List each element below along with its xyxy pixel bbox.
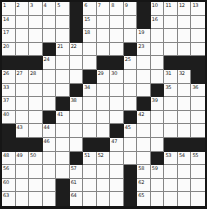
clue-number-27: 27 bbox=[17, 70, 23, 76]
cell-r6c8[interactable]: 29 bbox=[97, 70, 111, 84]
cell-r10c2[interactable]: 43 bbox=[16, 124, 30, 138]
cell-r8c2[interactable] bbox=[16, 97, 30, 111]
cell-r8c1[interactable]: 37 bbox=[2, 97, 16, 111]
clue-number-20: 20 bbox=[3, 43, 9, 49]
cell-r11c9[interactable]: 47 bbox=[110, 138, 124, 152]
clue-number-28: 28 bbox=[30, 70, 36, 76]
cell-r10c6[interactable] bbox=[70, 124, 84, 138]
clue-number-56: 56 bbox=[3, 165, 9, 171]
cell-r7c3[interactable] bbox=[29, 84, 43, 98]
cell-r2c5[interactable] bbox=[56, 16, 70, 30]
cell-r6c14[interactable]: 32 bbox=[178, 70, 192, 84]
black-cell-r5c9 bbox=[110, 56, 124, 70]
clue-number-31: 31 bbox=[165, 70, 171, 76]
cell-r14c3[interactable] bbox=[29, 179, 43, 193]
cell-r14c4[interactable] bbox=[43, 179, 57, 193]
cell-r13c7[interactable] bbox=[83, 165, 97, 179]
cell-r4c14[interactable] bbox=[178, 43, 192, 57]
cell-r14c13[interactable] bbox=[164, 179, 178, 193]
black-cell-r3c6 bbox=[70, 29, 84, 43]
black-cell-r11c7 bbox=[83, 138, 97, 152]
black-cell-r15c5 bbox=[56, 192, 70, 206]
clue-number-38: 38 bbox=[71, 97, 77, 103]
black-cell-r15c10 bbox=[124, 192, 138, 206]
clue-number-25: 25 bbox=[125, 56, 131, 62]
black-cell-r8c5 bbox=[56, 97, 70, 111]
cell-r9c13[interactable] bbox=[164, 111, 178, 125]
cell-r11c12[interactable] bbox=[151, 138, 165, 152]
black-cell-r9c10 bbox=[124, 111, 138, 125]
cell-r1c7[interactable]: 6 bbox=[83, 2, 97, 16]
cell-r4c6[interactable]: 22 bbox=[70, 43, 84, 57]
black-cell-r5c1 bbox=[2, 56, 16, 70]
cell-r2c14[interactable] bbox=[178, 16, 192, 30]
cell-r3c9[interactable] bbox=[110, 29, 124, 43]
clue-number-34: 34 bbox=[84, 84, 90, 90]
cell-r1c14[interactable]: 12 bbox=[178, 2, 192, 16]
cell-r1c10[interactable]: 9 bbox=[124, 2, 138, 16]
cell-r3c12[interactable] bbox=[151, 29, 165, 43]
cell-r15c14[interactable] bbox=[178, 192, 192, 206]
cell-r6c3[interactable]: 28 bbox=[29, 70, 43, 84]
cell-r7c1[interactable]: 33 bbox=[2, 84, 16, 98]
cell-r1c4[interactable]: 4 bbox=[43, 2, 57, 16]
cell-r7c2[interactable] bbox=[16, 84, 30, 98]
clue-number-12: 12 bbox=[179, 2, 185, 8]
clue-number-61: 61 bbox=[71, 179, 77, 185]
cell-r12c3[interactable]: 50 bbox=[29, 152, 43, 166]
cell-r3c14[interactable] bbox=[178, 29, 192, 43]
cell-r13c15[interactable] bbox=[191, 165, 205, 179]
cell-r14c15[interactable] bbox=[191, 179, 205, 193]
cell-r9c3[interactable] bbox=[29, 111, 43, 125]
cell-r9c9[interactable] bbox=[110, 111, 124, 125]
cell-r10c13[interactable] bbox=[164, 124, 178, 138]
cell-r12c11[interactable] bbox=[137, 152, 151, 166]
cell-r8c9[interactable] bbox=[110, 97, 124, 111]
black-cell-r14c5 bbox=[56, 179, 70, 193]
clue-number-39: 39 bbox=[152, 97, 158, 103]
cell-r3c1[interactable]: 17 bbox=[2, 29, 16, 43]
cell-r3c8[interactable] bbox=[97, 29, 111, 43]
cell-r8c8[interactable] bbox=[97, 97, 111, 111]
cell-r8c12[interactable]: 39 bbox=[151, 97, 165, 111]
black-cell-r10c9 bbox=[110, 124, 124, 138]
cell-r4c2[interactable] bbox=[16, 43, 30, 57]
cell-r1c8[interactable]: 7 bbox=[97, 2, 111, 16]
cell-r1c2[interactable]: 2 bbox=[16, 2, 30, 16]
clue-number-54: 54 bbox=[179, 152, 185, 158]
cell-r4c12[interactable] bbox=[151, 43, 165, 57]
black-cell-r8c11 bbox=[137, 97, 151, 111]
clue-number-42: 42 bbox=[138, 111, 144, 117]
cell-r1c12[interactable]: 10 bbox=[151, 2, 165, 16]
black-cell-r13c10 bbox=[124, 165, 138, 179]
cell-r8c4[interactable] bbox=[43, 97, 57, 111]
cell-r12c13[interactable]: 53 bbox=[164, 152, 178, 166]
clue-number-32: 32 bbox=[179, 70, 185, 76]
cell-r12c1[interactable]: 48 bbox=[2, 152, 16, 166]
black-cell-r11c13 bbox=[164, 138, 178, 152]
cell-r15c4[interactable] bbox=[43, 192, 57, 206]
black-cell-r5c3 bbox=[29, 56, 43, 70]
cell-r9c2[interactable] bbox=[16, 111, 30, 125]
cell-r8c3[interactable] bbox=[29, 97, 43, 111]
cell-r15c1[interactable]: 63 bbox=[2, 192, 16, 206]
clue-number-7: 7 bbox=[98, 2, 101, 8]
cell-r3c4[interactable] bbox=[43, 29, 57, 43]
clue-number-41: 41 bbox=[57, 111, 63, 117]
cell-r7c13[interactable]: 35 bbox=[164, 84, 178, 98]
cell-r13c1[interactable]: 56 bbox=[2, 165, 16, 179]
clue-number-23: 23 bbox=[138, 43, 144, 49]
cell-r6c12[interactable] bbox=[151, 70, 165, 84]
cell-r11c11[interactable] bbox=[137, 138, 151, 152]
black-cell-r1c11 bbox=[137, 2, 151, 16]
cell-r14c9[interactable] bbox=[110, 179, 124, 193]
cell-r14c2[interactable] bbox=[16, 179, 30, 193]
cell-r15c11[interactable]: 65 bbox=[137, 192, 151, 206]
cell-r9c11[interactable]: 42 bbox=[137, 111, 151, 125]
cell-r15c15[interactable] bbox=[191, 192, 205, 206]
cell-r14c8[interactable] bbox=[97, 179, 111, 193]
cell-r11c4[interactable]: 46 bbox=[43, 138, 57, 152]
cell-r1c13[interactable]: 11 bbox=[164, 2, 178, 16]
clue-number-26: 26 bbox=[3, 70, 9, 76]
cell-r12c4[interactable] bbox=[43, 152, 57, 166]
clue-number-44: 44 bbox=[44, 124, 50, 130]
cell-r8c14[interactable] bbox=[178, 97, 192, 111]
cell-r1c15[interactable]: 13 bbox=[191, 2, 205, 16]
clue-number-21: 21 bbox=[57, 43, 63, 49]
black-cell-r6c7 bbox=[83, 70, 97, 84]
cell-r5c11[interactable] bbox=[137, 56, 151, 70]
black-cell-r2c11 bbox=[137, 16, 151, 30]
cell-r1c9[interactable]: 8 bbox=[110, 2, 124, 16]
cell-r2c15[interactable] bbox=[191, 16, 205, 30]
cell-r10c5[interactable] bbox=[56, 124, 70, 138]
cell-r11c10[interactable] bbox=[124, 138, 138, 152]
clue-number-64: 64 bbox=[71, 192, 77, 198]
cell-r5c7[interactable] bbox=[83, 56, 97, 70]
cell-r13c3[interactable] bbox=[29, 165, 43, 179]
cell-r14c7[interactable] bbox=[83, 179, 97, 193]
cell-r3c7[interactable]: 18 bbox=[83, 29, 97, 43]
cell-r6c6[interactable] bbox=[70, 70, 84, 84]
cell-r4c9[interactable] bbox=[110, 43, 124, 57]
cell-r9c15[interactable] bbox=[191, 111, 205, 125]
cell-r13c8[interactable] bbox=[97, 165, 111, 179]
black-cell-r5c13 bbox=[164, 56, 178, 70]
clue-number-43: 43 bbox=[17, 124, 23, 130]
black-cell-r7c12 bbox=[151, 84, 165, 98]
clue-number-51: 51 bbox=[84, 152, 90, 158]
cell-r4c7[interactable] bbox=[83, 43, 97, 57]
cell-r6c4[interactable] bbox=[43, 70, 57, 84]
clue-number-5: 5 bbox=[57, 2, 60, 8]
cell-r11c6[interactable] bbox=[70, 138, 84, 152]
cell-r12c2[interactable]: 49 bbox=[16, 152, 30, 166]
cell-r15c13[interactable] bbox=[164, 192, 178, 206]
cell-r4c8[interactable] bbox=[97, 43, 111, 57]
cell-r6c9[interactable]: 30 bbox=[110, 70, 124, 84]
cell-r7c11[interactable] bbox=[137, 84, 151, 98]
cell-r7c5[interactable] bbox=[56, 84, 70, 98]
cell-r8c10[interactable] bbox=[124, 97, 138, 111]
cell-r14c14[interactable] bbox=[178, 179, 192, 193]
cell-r3c10[interactable] bbox=[124, 29, 138, 43]
cell-r4c11[interactable]: 23 bbox=[137, 43, 151, 57]
cell-r9c1[interactable]: 40 bbox=[2, 111, 16, 125]
black-cell-r9c4 bbox=[43, 111, 57, 125]
cell-r10c11[interactable] bbox=[137, 124, 151, 138]
black-cell-r5c14 bbox=[178, 56, 192, 70]
cell-r12c15[interactable]: 55 bbox=[191, 152, 205, 166]
clue-number-58: 58 bbox=[138, 165, 144, 171]
black-cell-r12c12 bbox=[151, 152, 165, 166]
cell-r8c7[interactable] bbox=[83, 97, 97, 111]
clue-number-37: 37 bbox=[3, 97, 9, 103]
cell-r2c1[interactable]: 14 bbox=[2, 16, 16, 30]
cell-r2c9[interactable] bbox=[110, 16, 124, 30]
clue-number-52: 52 bbox=[98, 152, 104, 158]
clue-number-59: 59 bbox=[152, 165, 158, 171]
clue-number-13: 13 bbox=[192, 2, 198, 8]
cell-r13c4[interactable] bbox=[43, 165, 57, 179]
clue-number-60: 60 bbox=[3, 179, 9, 185]
clue-number-47: 47 bbox=[111, 138, 117, 144]
cell-r3c3[interactable] bbox=[29, 29, 43, 43]
clue-number-18: 18 bbox=[84, 29, 90, 35]
cell-r5c5[interactable] bbox=[56, 56, 70, 70]
clue-number-46: 46 bbox=[44, 138, 50, 144]
cell-r10c8[interactable] bbox=[97, 124, 111, 138]
cell-r9c6[interactable] bbox=[70, 111, 84, 125]
clue-number-9: 9 bbox=[125, 2, 128, 8]
clue-number-53: 53 bbox=[165, 152, 171, 158]
clue-number-65: 65 bbox=[138, 192, 144, 198]
cell-r6c2[interactable]: 27 bbox=[16, 70, 30, 84]
cell-r4c15[interactable] bbox=[191, 43, 205, 57]
cell-r11c5[interactable] bbox=[56, 138, 70, 152]
cell-r6c13[interactable]: 31 bbox=[164, 70, 178, 84]
cell-r2c12[interactable]: 16 bbox=[151, 16, 165, 30]
cell-r13c9[interactable] bbox=[110, 165, 124, 179]
cell-r15c9[interactable] bbox=[110, 192, 124, 206]
cell-r5c6[interactable] bbox=[70, 56, 84, 70]
black-cell-r11c15 bbox=[191, 138, 205, 152]
cell-r7c7[interactable]: 34 bbox=[83, 84, 97, 98]
cell-r4c13[interactable] bbox=[164, 43, 178, 57]
clue-number-15: 15 bbox=[84, 16, 90, 22]
cell-r10c15[interactable] bbox=[191, 124, 205, 138]
clue-number-24: 24 bbox=[44, 56, 50, 62]
cell-r8c13[interactable] bbox=[164, 97, 178, 111]
cell-r7c8[interactable] bbox=[97, 84, 111, 98]
clue-number-45: 45 bbox=[125, 124, 131, 130]
cell-r15c7[interactable] bbox=[83, 192, 97, 206]
cell-r14c1[interactable]: 60 bbox=[2, 179, 16, 193]
cell-r2c7[interactable]: 15 bbox=[83, 16, 97, 30]
clue-number-50: 50 bbox=[30, 152, 36, 158]
cell-r12c7[interactable]: 51 bbox=[83, 152, 97, 166]
clue-number-10: 10 bbox=[152, 2, 158, 8]
black-cell-r10c1 bbox=[2, 124, 16, 138]
cell-r10c12[interactable] bbox=[151, 124, 165, 138]
cell-r12c10[interactable] bbox=[124, 152, 138, 166]
clue-number-3: 3 bbox=[30, 2, 33, 8]
cell-r2c10[interactable] bbox=[124, 16, 138, 30]
cell-r12c5[interactable] bbox=[56, 152, 70, 166]
clue-number-17: 17 bbox=[3, 29, 9, 35]
cell-r15c12[interactable] bbox=[151, 192, 165, 206]
cell-r2c2[interactable] bbox=[16, 16, 30, 30]
cell-r1c5[interactable]: 5 bbox=[56, 2, 70, 16]
cell-r6c5[interactable] bbox=[56, 70, 70, 84]
cell-r2c3[interactable] bbox=[29, 16, 43, 30]
black-cell-r12c6 bbox=[70, 152, 84, 166]
clue-number-35: 35 bbox=[165, 84, 171, 90]
black-cell-r11c3 bbox=[29, 138, 43, 152]
clue-number-11: 11 bbox=[165, 2, 171, 8]
cell-r3c15[interactable] bbox=[191, 29, 205, 43]
cell-r15c2[interactable] bbox=[16, 192, 30, 206]
cell-r10c14[interactable] bbox=[178, 124, 192, 138]
cell-r6c1[interactable]: 26 bbox=[2, 70, 16, 84]
clue-number-30: 30 bbox=[111, 70, 117, 76]
cell-r7c4[interactable] bbox=[43, 84, 57, 98]
cell-r1c3[interactable]: 3 bbox=[29, 2, 43, 16]
cell-r6c10[interactable] bbox=[124, 70, 138, 84]
clue-number-62: 62 bbox=[138, 179, 144, 185]
cell-r13c6[interactable]: 57 bbox=[70, 165, 84, 179]
cell-r8c15[interactable] bbox=[191, 97, 205, 111]
cell-r4c3[interactable] bbox=[29, 43, 43, 57]
clue-number-16: 16 bbox=[152, 16, 158, 22]
cell-r12c9[interactable] bbox=[110, 152, 124, 166]
clue-number-29: 29 bbox=[98, 70, 104, 76]
black-cell-r11c1 bbox=[2, 138, 16, 152]
cell-r9c5[interactable]: 41 bbox=[56, 111, 70, 125]
cell-r4c5[interactable]: 21 bbox=[56, 43, 70, 57]
cell-r13c13[interactable] bbox=[164, 165, 178, 179]
clue-number-19: 19 bbox=[138, 29, 144, 35]
black-cell-r11c2 bbox=[16, 138, 30, 152]
clue-number-40: 40 bbox=[3, 111, 9, 117]
clue-number-48: 48 bbox=[3, 152, 9, 158]
black-cell-r2c6 bbox=[70, 16, 84, 30]
cell-r9c12[interactable] bbox=[151, 111, 165, 125]
clue-number-55: 55 bbox=[192, 152, 198, 158]
cell-r2c4[interactable] bbox=[43, 16, 57, 30]
cell-r10c3[interactable] bbox=[29, 124, 43, 138]
clue-number-63: 63 bbox=[3, 192, 9, 198]
cell-r14c6[interactable]: 61 bbox=[70, 179, 84, 193]
clue-number-57: 57 bbox=[71, 165, 77, 171]
black-cell-r4c10 bbox=[124, 43, 138, 57]
cell-r2c8[interactable] bbox=[97, 16, 111, 30]
cell-r12c14[interactable]: 54 bbox=[178, 152, 192, 166]
black-cell-r14c10 bbox=[124, 179, 138, 193]
black-cell-r4c4 bbox=[43, 43, 57, 57]
cell-r3c11[interactable]: 19 bbox=[137, 29, 151, 43]
clue-number-49: 49 bbox=[17, 152, 23, 158]
cell-r13c5[interactable] bbox=[56, 165, 70, 179]
cell-r7c14[interactable] bbox=[178, 84, 192, 98]
cell-r5c10[interactable]: 25 bbox=[124, 56, 138, 70]
cell-r5c12[interactable] bbox=[151, 56, 165, 70]
cell-r7c15[interactable]: 36 bbox=[191, 84, 205, 98]
black-cell-r1c6 bbox=[70, 2, 84, 16]
clue-number-4: 4 bbox=[44, 2, 47, 8]
cell-r10c7[interactable] bbox=[83, 124, 97, 138]
cell-r14c11[interactable]: 62 bbox=[137, 179, 151, 193]
clue-number-8: 8 bbox=[111, 2, 114, 8]
cell-r13c11[interactable]: 58 bbox=[137, 165, 151, 179]
cell-r8c6[interactable]: 38 bbox=[70, 97, 84, 111]
clue-number-33: 33 bbox=[3, 84, 9, 90]
cell-r5c4[interactable]: 24 bbox=[43, 56, 57, 70]
cell-r14c12[interactable] bbox=[151, 179, 165, 193]
clue-number-22: 22 bbox=[71, 43, 77, 49]
cell-r1c1[interactable]: 1 bbox=[2, 2, 16, 16]
clue-number-6: 6 bbox=[84, 2, 87, 8]
clue-number-1: 1 bbox=[3, 2, 6, 8]
cell-r3c2[interactable] bbox=[16, 29, 30, 43]
cell-r15c6[interactable]: 64 bbox=[70, 192, 84, 206]
cell-r13c2[interactable] bbox=[16, 165, 30, 179]
cell-r9c14[interactable] bbox=[178, 111, 192, 125]
black-cell-r5c15 bbox=[191, 56, 205, 70]
cell-r7c10[interactable] bbox=[124, 84, 138, 98]
cell-r7c9[interactable] bbox=[110, 84, 124, 98]
cell-r10c4[interactable]: 44 bbox=[43, 124, 57, 138]
cell-r4c1[interactable]: 20 bbox=[2, 43, 16, 57]
clue-number-2: 2 bbox=[17, 2, 20, 8]
black-cell-r11c14 bbox=[178, 138, 192, 152]
black-cell-r6c15 bbox=[191, 70, 205, 84]
cell-r12c8[interactable]: 52 bbox=[97, 152, 111, 166]
cell-r6c11[interactable] bbox=[137, 70, 151, 84]
cell-r3c13[interactable] bbox=[164, 29, 178, 43]
cell-r13c12[interactable]: 59 bbox=[151, 165, 165, 179]
cell-r2c13[interactable] bbox=[164, 16, 178, 30]
crossword-grid: 1234567891011121314151617181920212223242… bbox=[0, 0, 207, 209]
cell-r10c10[interactable]: 45 bbox=[124, 124, 138, 138]
cell-r15c3[interactable] bbox=[29, 192, 43, 206]
cell-r9c7[interactable] bbox=[83, 111, 97, 125]
cell-r13c14[interactable] bbox=[178, 165, 192, 179]
black-cell-r5c2 bbox=[16, 56, 30, 70]
cell-r3c5[interactable] bbox=[56, 29, 70, 43]
cell-r15c8[interactable] bbox=[97, 192, 111, 206]
cell-r9c8[interactable] bbox=[97, 111, 111, 125]
black-cell-r5c8 bbox=[97, 56, 111, 70]
black-cell-r7c6 bbox=[70, 84, 84, 98]
clue-number-14: 14 bbox=[3, 16, 9, 22]
black-cell-r11c8 bbox=[97, 138, 111, 152]
clue-number-36: 36 bbox=[192, 84, 198, 90]
